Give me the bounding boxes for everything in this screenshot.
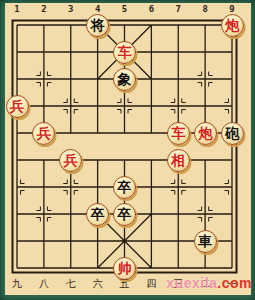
file-label-top-7: 7 — [176, 4, 181, 14]
file-label-top-4: 4 — [95, 4, 100, 14]
file-label-top-1: 1 — [14, 4, 19, 14]
file-label-bottom-1: 九 — [12, 277, 22, 291]
piece-red-chariot[interactable]: 车 — [167, 122, 190, 145]
xiangqi-screenshot: 123456789 九八七六五四三二一 将炮车象兵兵车炮砲兵相卒卒卒車帅 xue… — [0, 0, 255, 300]
piece-black-chariot[interactable]: 車 — [194, 230, 217, 253]
watermark-site-text: xuexila — [166, 275, 217, 291]
piece-red-pawn[interactable]: 兵 — [59, 149, 82, 172]
file-label-top-8: 8 — [202, 4, 207, 14]
file-label-bottom-3: 七 — [66, 277, 76, 291]
file-label-bottom-2: 八 — [39, 277, 49, 291]
piece-red-pawn[interactable]: 兵 — [32, 122, 55, 145]
file-label-top-2: 2 — [41, 4, 46, 14]
piece-red-cannon[interactable]: 炮 — [194, 122, 217, 145]
watermark-com-text: .com — [217, 275, 252, 291]
file-label-top-5: 5 — [122, 4, 127, 14]
piece-black-pawn[interactable]: 卒 — [113, 203, 136, 226]
piece-black-pawn[interactable]: 卒 — [113, 176, 136, 199]
piece-red-general[interactable]: 帅 — [113, 257, 136, 280]
file-label-top-3: 3 — [68, 4, 73, 14]
piece-black-general[interactable]: 将 — [86, 14, 109, 37]
file-label-top-6: 6 — [149, 4, 154, 14]
file-label-top-9: 9 — [229, 4, 234, 14]
watermark: xuexila.com — [166, 275, 252, 291]
file-label-bottom-6: 四 — [146, 277, 156, 291]
piece-black-cannon[interactable]: 砲 — [221, 122, 244, 145]
piece-red-chariot[interactable]: 车 — [113, 41, 136, 64]
piece-red-pawn[interactable]: 兵 — [6, 95, 29, 118]
piece-red-cannon[interactable]: 炮 — [221, 14, 244, 37]
piece-black-elephant[interactable]: 象 — [113, 68, 136, 91]
file-label-bottom-4: 六 — [93, 277, 103, 291]
piece-black-pawn[interactable]: 卒 — [86, 203, 109, 226]
piece-red-elephant[interactable]: 相 — [167, 149, 190, 172]
